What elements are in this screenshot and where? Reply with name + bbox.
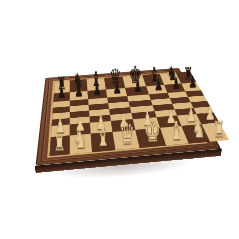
black-pawn[interactable]: ♟ [74,83,84,100]
board-grid: ♜♞♝♛♚♝♞♜♟♟♟♟♟♟♟♟♟♟♟♟♟♟♟♟♜♞♝♛♚♝♞♜ [47,72,207,158]
black-pawn[interactable]: ♟ [153,77,163,93]
chess-set-product-photo: ♜♞♝♛♚♝♞♜♟♟♟♟♟♟♟♟♟♟♟♟♟♟♟♟♜♞♝♛♚♝♞♜ [0,0,239,239]
square-b1[interactable]: ♞ [70,134,92,154]
square-c5[interactable] [88,103,108,110]
black-pawn[interactable]: ♟ [57,84,67,101]
white-king[interactable]: ♚ [144,116,162,147]
white-rook[interactable]: ♜ [213,118,226,140]
white-knight[interactable]: ♞ [73,128,88,153]
square-b6[interactable] [70,99,89,106]
square-a1[interactable]: ♜ [50,136,70,156]
square-d1[interactable]: ♛ [112,130,140,150]
square-b7[interactable]: ♟ [70,91,88,101]
chess-board: ♜♞♝♛♚♝♞♜♟♟♟♟♟♟♟♟♟♟♟♟♟♟♟♟♜♞♝♛♚♝♞♜ [36,68,221,166]
black-pawn[interactable]: ♟ [112,80,122,97]
square-c1[interactable]: ♝ [91,132,115,152]
black-pawn[interactable]: ♟ [133,79,143,95]
square-e1[interactable]: ♚ [136,128,167,148]
black-pawn[interactable]: ♟ [171,76,180,92]
white-knight[interactable]: ♞ [192,118,206,143]
black-pawn[interactable]: ♟ [188,74,197,90]
square-f5[interactable] [151,98,172,105]
black-pawn[interactable]: ♟ [92,82,102,99]
square-d5[interactable] [108,102,130,109]
white-bishop[interactable]: ♝ [170,118,185,144]
white-queen[interactable]: ♛ [119,120,135,148]
white-bishop[interactable]: ♝ [95,125,110,151]
square-c6[interactable] [88,98,108,105]
white-rook[interactable]: ♜ [53,132,66,155]
